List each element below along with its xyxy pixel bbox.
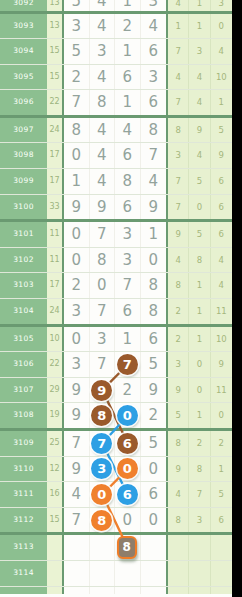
stat-cell: 9 — [168, 222, 189, 247]
main-grid-row: 9969 — [62, 195, 168, 220]
main-grid-row — [62, 561, 168, 586]
stat-cell: 0 — [189, 378, 210, 403]
stat-cell: 0 — [211, 403, 232, 428]
stat-cell: 4 — [168, 482, 189, 507]
digit-cell: 8 — [141, 299, 167, 324]
stats-row — [168, 535, 232, 560]
stat-cell: 0 — [189, 352, 210, 377]
digit-cell: 2 — [64, 273, 90, 298]
issue-cell — [0, 587, 47, 594]
stats-row: 741 — [168, 90, 232, 115]
digit-cell: 6 — [115, 143, 141, 168]
draw-row: 3094155316734 — [0, 39, 232, 65]
digit-cell — [141, 561, 167, 586]
digit-cell: 3 — [90, 457, 116, 482]
sum-cell: 33 — [47, 195, 62, 220]
stat-cell: 10 — [211, 327, 232, 352]
digit-cell: 7 — [115, 273, 141, 298]
draw-row: 3098170467349 — [0, 143, 232, 169]
digit-cell: 3 — [64, 299, 90, 324]
trail-ball-orange: 8 — [91, 510, 112, 531]
stat-cell: 9 — [168, 378, 189, 403]
sum-cell: 15 — [47, 65, 62, 90]
main-grid-row: 3768 — [62, 299, 168, 324]
stat-cell: 4 — [168, 65, 189, 90]
stat-cell: 0 — [211, 14, 232, 39]
main-grid-row: 5413 — [62, 0, 168, 11]
stats-row — [168, 587, 232, 594]
draw-row: 3110129300981 — [0, 457, 232, 483]
stat-cell: 1 — [189, 403, 210, 428]
stats-row: 4410 — [168, 65, 232, 90]
sum-cell: 11 — [47, 222, 62, 247]
draw-row: 3101110731956 — [0, 222, 232, 248]
stats-row: 2111 — [168, 299, 232, 324]
digit-cell: 9 — [141, 378, 167, 403]
digit-cell: 3 — [141, 0, 167, 11]
trail-ball-blue: 0 — [117, 405, 138, 426]
stats-row: 413 — [168, 0, 232, 11]
digit-cell: 7 — [115, 352, 141, 377]
digit-cell: 6 — [141, 482, 167, 507]
stat-cell: 6 — [211, 195, 232, 220]
draw-row: 3103172078814 — [0, 273, 232, 299]
digit-cell: 1 — [115, 327, 141, 352]
stat-cell: 0 — [189, 195, 210, 220]
digit-cell: 8 — [115, 535, 141, 560]
digit-cell: 4 — [64, 482, 90, 507]
stats-row: 349 — [168, 143, 232, 168]
stat-cell: 7 — [168, 195, 189, 220]
main-grid-row: 5316 — [62, 39, 168, 64]
stat-cell: 4 — [189, 143, 210, 168]
stat-cell: 8 — [168, 118, 189, 143]
main-grid-row: 2078 — [62, 273, 168, 298]
digit-cell: 4 — [90, 14, 116, 39]
digit-cell: 6 — [115, 482, 141, 507]
issue-cell: 3104 — [0, 299, 47, 324]
stat-cell: 4 — [189, 90, 210, 115]
stat-cell: 1 — [211, 90, 232, 115]
trail-ball-brown: 7 — [117, 354, 138, 375]
main-grid-row: 2463 — [62, 65, 168, 90]
digit-cell: 8 — [90, 403, 116, 428]
sum-cell: 11 — [47, 248, 62, 273]
digit-cell: 0 — [90, 273, 116, 298]
stat-cell: 2 — [168, 327, 189, 352]
stat-cell: 5 — [211, 482, 232, 507]
stat-cell: 1 — [189, 299, 210, 324]
stat-cell: 1 — [189, 14, 210, 39]
sum-cell: 22 — [47, 352, 62, 377]
issue-cell: 3093 — [0, 14, 47, 39]
digit-cell — [90, 535, 116, 560]
issue-cell: 3095 — [0, 65, 47, 90]
digit-cell: 0 — [141, 508, 167, 533]
prediction-marker: 8 — [117, 536, 137, 559]
digit-cell: 8 — [90, 90, 116, 115]
trend-chart: 3092135413413309313342411030941553167343… — [0, 0, 232, 597]
stat-cell: 9 — [189, 118, 210, 143]
issue-cell: 3114 — [0, 561, 47, 586]
digit-cell: 8 — [90, 248, 116, 273]
digit-cell: 7 — [64, 431, 90, 456]
digit-cell: 9 — [64, 457, 90, 482]
stat-cell: 8 — [189, 457, 210, 482]
stat-cell: 1 — [189, 327, 210, 352]
digit-cell: 0 — [141, 248, 167, 273]
issue-cell: 3106 — [0, 352, 47, 377]
stat-cell: 5 — [168, 403, 189, 428]
digit-cell: 9 — [141, 195, 167, 220]
draw-row: 3112157800836 — [0, 508, 232, 536]
main-grid-row: 1484 — [62, 169, 168, 194]
issue-cell: 3102 — [0, 248, 47, 273]
draw-row: 3109257765822 — [0, 431, 232, 457]
stat-cell: 11 — [211, 299, 232, 324]
digit-cell: 0 — [115, 457, 141, 482]
sum-cell: 25 — [47, 431, 62, 456]
digit-cell: 4 — [115, 118, 141, 143]
trail-ball-brown: 9 — [91, 380, 112, 401]
stat-cell: 5 — [189, 222, 210, 247]
digit-cell: 8 — [115, 169, 141, 194]
draw-row: 3097248448895 — [0, 118, 232, 144]
digit-cell: 3 — [90, 39, 116, 64]
stat-cell: 2 — [189, 431, 210, 456]
draw-row: 3102110830484 — [0, 248, 232, 274]
digit-cell: 0 — [141, 457, 167, 482]
stat-cell — [168, 561, 189, 586]
stats-row: 484 — [168, 248, 232, 273]
stat-cell: 4 — [211, 248, 232, 273]
digit-cell — [141, 535, 167, 560]
issue-cell: 3094 — [0, 39, 47, 64]
digit-cell: 2 — [141, 403, 167, 428]
stat-cell: 1 — [189, 273, 210, 298]
stat-cell: 3 — [211, 0, 232, 11]
digit-cell — [90, 561, 116, 586]
digit-cell: 1 — [115, 0, 141, 11]
issue-cell: 3099 — [0, 169, 47, 194]
stats-row: 734 — [168, 39, 232, 64]
stat-cell: 3 — [168, 352, 189, 377]
digit-cell: 8 — [90, 508, 116, 533]
digit-cell — [115, 587, 141, 594]
issue-cell: 3100 — [0, 195, 47, 220]
bottom-partial-row — [0, 587, 232, 594]
digit-cell: 0 — [64, 143, 90, 168]
stat-cell: 9 — [168, 457, 189, 482]
stats-row: 836 — [168, 508, 232, 533]
main-grid-row: 8 — [62, 535, 168, 560]
digit-cell: 0 — [64, 248, 90, 273]
stat-cell — [211, 535, 232, 560]
stat-cell — [189, 561, 210, 586]
digit-cell: 9 — [64, 403, 90, 428]
issue-cell: 3110 — [0, 457, 47, 482]
digit-cell — [141, 587, 167, 594]
draw-row: 3096227816741 — [0, 90, 232, 118]
digit-cell: 7 — [141, 143, 167, 168]
stats-row: 981 — [168, 457, 232, 482]
stats-row: 822 — [168, 431, 232, 456]
sum-cell: 17 — [47, 273, 62, 298]
sum-cell — [47, 535, 62, 560]
digit-cell: 9 — [90, 195, 116, 220]
trail-ball-blue: 3 — [91, 458, 112, 479]
issue-cell: 3107 — [0, 378, 47, 403]
sum-cell — [47, 587, 62, 594]
digit-cell: 3 — [64, 352, 90, 377]
trail-ball-orange: 0 — [91, 484, 112, 505]
main-grid-row: 0316 — [62, 327, 168, 352]
main-grid-row: 0830 — [62, 248, 168, 273]
digit-cell: 2 — [64, 65, 90, 90]
digit-cell: 7 — [90, 431, 116, 456]
main-grid-row: 0731 — [62, 222, 168, 247]
main-grid-row — [62, 587, 168, 594]
digit-cell: 6 — [115, 299, 141, 324]
draw-row: 3108199802510 — [0, 403, 232, 431]
digit-cell: 4 — [90, 65, 116, 90]
issue-cell: 3101 — [0, 222, 47, 247]
main-grid-row: 9300 — [62, 457, 168, 482]
main-grid-row: 0467 — [62, 143, 168, 168]
stat-cell: 3 — [189, 508, 210, 533]
digit-cell: 8 — [64, 118, 90, 143]
draw-row: 3093133424110 — [0, 14, 232, 40]
digit-cell: 6 — [141, 327, 167, 352]
digit-cell: 5 — [141, 431, 167, 456]
stat-cell: 5 — [211, 118, 232, 143]
stat-cell: 1 — [211, 457, 232, 482]
main-grid-row: 3775 — [62, 352, 168, 377]
stats-row: 756 — [168, 169, 232, 194]
digit-cell: 7 — [90, 352, 116, 377]
stats-row: 9011 — [168, 378, 232, 403]
digit-cell: 5 — [64, 39, 90, 64]
digit-cell — [115, 561, 141, 586]
stat-cell: 7 — [189, 482, 210, 507]
stat-cell — [168, 535, 189, 560]
stats-row — [168, 561, 232, 586]
stats-row: 814 — [168, 273, 232, 298]
stats-row: 2110 — [168, 327, 232, 352]
main-grid-row: 9929 — [62, 378, 168, 403]
digit-cell: 6 — [141, 39, 167, 64]
digit-cell: 2 — [115, 378, 141, 403]
digit-cell: 3 — [115, 222, 141, 247]
trail-ball-brown: 8 — [91, 405, 112, 426]
digit-cell: 3 — [115, 248, 141, 273]
main-grid-row: 4066 — [62, 482, 168, 507]
issue-cell: 3113 — [0, 535, 47, 560]
digit-cell: 9 — [64, 195, 90, 220]
digit-cell: 7 — [90, 222, 116, 247]
digit-cell: 1 — [115, 39, 141, 64]
sum-cell: 29 — [47, 378, 62, 403]
draw-row: 3099171484756 — [0, 169, 232, 195]
main-grid-row: 7816 — [62, 90, 168, 115]
stat-cell: 4 — [189, 65, 210, 90]
digit-cell: 8 — [141, 118, 167, 143]
stat-cell: 11 — [211, 378, 232, 403]
draw-row: 30951524634410 — [0, 65, 232, 91]
sum-cell: 10 — [47, 327, 62, 352]
stats-row: 475 — [168, 482, 232, 507]
sum-cell: 24 — [47, 118, 62, 143]
stat-cell: 9 — [211, 143, 232, 168]
issue-cell: 3111 — [0, 482, 47, 507]
sum-cell: 16 — [47, 482, 62, 507]
trail-ball-brown: 6 — [117, 433, 138, 454]
digit-cell: 0 — [115, 403, 141, 428]
sum-cell: 12 — [47, 457, 62, 482]
issue-cell: 3096 — [0, 90, 47, 115]
stat-cell: 8 — [189, 248, 210, 273]
digit-cell: 6 — [115, 195, 141, 220]
digit-cell: 4 — [90, 0, 116, 11]
digit-cell: 7 — [64, 508, 90, 533]
issue-cell: 3108 — [0, 403, 47, 428]
digit-cell: 8 — [141, 273, 167, 298]
stat-cell: 7 — [168, 39, 189, 64]
digit-cell — [64, 561, 90, 586]
digit-cell: 7 — [90, 299, 116, 324]
stat-cell — [189, 535, 210, 560]
sum-cell: 17 — [47, 143, 62, 168]
digit-cell: 3 — [141, 65, 167, 90]
stat-cell: 8 — [168, 431, 189, 456]
trail-ball-blue: 7 — [91, 433, 112, 454]
sum-cell — [47, 561, 62, 586]
main-grid-row: 9802 — [62, 403, 168, 428]
sum-cell: 24 — [47, 299, 62, 324]
issue-cell: 3097 — [0, 118, 47, 143]
main-grid-row: 3424 — [62, 14, 168, 39]
stat-cell — [168, 587, 189, 594]
stat-cell: 8 — [168, 273, 189, 298]
digit-cell: 6 — [141, 90, 167, 115]
draw-row: 31072999299011 — [0, 378, 232, 404]
screen-edge — [232, 0, 242, 597]
draw-row: 3114 — [0, 561, 232, 587]
stat-cell: 4 — [168, 248, 189, 273]
digit-cell: 5 — [141, 352, 167, 377]
main-grid-row: 7765 — [62, 431, 168, 456]
digit-cell: 6 — [115, 65, 141, 90]
issue-cell: 3112 — [0, 508, 47, 533]
sum-cell: 15 — [47, 508, 62, 533]
sum-cell: 13 — [47, 0, 62, 11]
issue-cell: 3098 — [0, 143, 47, 168]
draw-row: 31138 — [0, 535, 232, 561]
draw-row: 3111164066475 — [0, 482, 232, 508]
stat-cell: 3 — [168, 143, 189, 168]
digit-cell: 4 — [90, 143, 116, 168]
stat-cell: 9 — [211, 352, 232, 377]
stat-cell: 2 — [211, 431, 232, 456]
trail-ball-blue: 6 — [117, 484, 138, 505]
stat-cell: 2 — [168, 299, 189, 324]
stats-row: 706 — [168, 195, 232, 220]
sum-cell: 15 — [47, 39, 62, 64]
sum-cell: 22 — [47, 90, 62, 115]
digit-cell: 2 — [115, 14, 141, 39]
digit-cell: 4 — [90, 118, 116, 143]
stat-cell: 6 — [211, 169, 232, 194]
stats-row: 510 — [168, 403, 232, 428]
digit-cell: 1 — [64, 169, 90, 194]
digit-cell: 3 — [90, 327, 116, 352]
issue-cell: 3092 — [0, 0, 47, 11]
issue-cell: 3103 — [0, 273, 47, 298]
digit-cell: 0 — [64, 222, 90, 247]
stat-cell: 6 — [211, 222, 232, 247]
stat-cell: 7 — [168, 90, 189, 115]
digit-cell: 4 — [141, 169, 167, 194]
digit-cell: 7 — [64, 90, 90, 115]
draw-row: 3106223775309 — [0, 352, 232, 378]
trend-chart-screen: 3092135413413309313342411030941553167343… — [0, 0, 242, 597]
digit-cell: 9 — [64, 378, 90, 403]
digit-cell: 0 — [64, 327, 90, 352]
sum-cell: 17 — [47, 169, 62, 194]
digit-cell — [64, 535, 90, 560]
digit-cell: 5 — [64, 0, 90, 11]
stat-cell — [211, 587, 232, 594]
stat-cell: 5 — [189, 169, 210, 194]
draw-row: 31051003162110 — [0, 327, 232, 353]
draw-row: 3092135413413 — [0, 0, 232, 14]
stat-cell: 7 — [168, 169, 189, 194]
digit-cell: 0 — [115, 508, 141, 533]
issue-cell: 3109 — [0, 431, 47, 456]
digit-cell: 1 — [115, 90, 141, 115]
stat-cell: 10 — [211, 65, 232, 90]
sum-cell: 19 — [47, 403, 62, 428]
digit-cell: 6 — [115, 431, 141, 456]
digit-cell: 0 — [90, 482, 116, 507]
stat-cell: 4 — [168, 0, 189, 11]
stats-row: 309 — [168, 352, 232, 377]
stat-cell: 4 — [211, 39, 232, 64]
stats-row: 956 — [168, 222, 232, 247]
digit-cell: 4 — [141, 14, 167, 39]
stat-cell — [211, 561, 232, 586]
sum-cell: 13 — [47, 14, 62, 39]
main-grid-row: 7800 — [62, 508, 168, 533]
stat-cell — [189, 587, 210, 594]
stats-row: 895 — [168, 118, 232, 143]
digit-cell: 4 — [90, 169, 116, 194]
stat-cell: 1 — [189, 0, 210, 11]
draw-row: 31042437682111 — [0, 299, 232, 327]
digit-cell: 1 — [141, 222, 167, 247]
stat-cell: 8 — [168, 508, 189, 533]
draw-row: 3100339969706 — [0, 195, 232, 223]
digit-cell: 9 — [90, 378, 116, 403]
issue-cell: 3105 — [0, 327, 47, 352]
stat-cell: 3 — [189, 39, 210, 64]
digit-cell: 3 — [64, 14, 90, 39]
trail-ball-orange: 0 — [117, 458, 138, 479]
digit-cell — [90, 587, 116, 594]
stat-cell: 4 — [211, 273, 232, 298]
stat-cell: 1 — [168, 14, 189, 39]
digit-cell — [64, 587, 90, 594]
